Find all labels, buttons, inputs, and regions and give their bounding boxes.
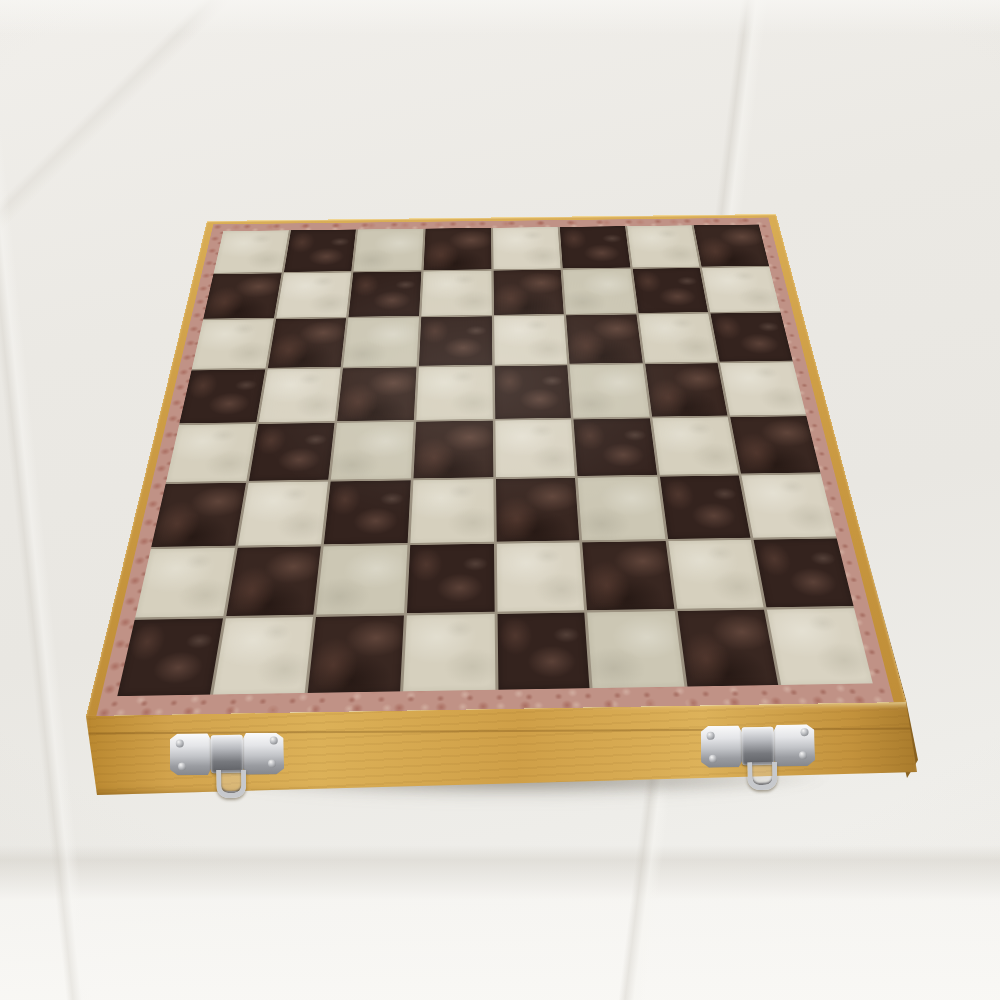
photo-background: [0, 0, 1000, 1000]
square-a2: [135, 548, 235, 618]
square-a3: [151, 483, 245, 547]
square-c2: [316, 545, 407, 615]
latch-screw: [268, 759, 276, 767]
square-h8: [694, 225, 769, 267]
square-a5: [180, 369, 265, 423]
square-b8: [284, 230, 356, 272]
square-f4: [574, 418, 657, 476]
square-f8: [560, 226, 630, 268]
square-e1: [497, 613, 590, 690]
square-b1: [213, 617, 314, 694]
square-e3: [496, 478, 580, 541]
square-c6: [343, 317, 419, 366]
square-c1: [308, 616, 404, 693]
latch-screw: [709, 755, 717, 763]
square-d7: [421, 270, 491, 315]
square-h2: [754, 538, 854, 607]
square-d5: [416, 366, 492, 419]
square-f2: [582, 541, 674, 611]
square-c5: [337, 367, 416, 420]
square-h3: [742, 474, 837, 537]
square-c8: [354, 229, 424, 271]
latch-hook: [747, 762, 777, 791]
square-g1: [677, 610, 778, 687]
square-a4: [166, 424, 256, 482]
latch-housing: [741, 727, 774, 766]
latch-screw: [176, 739, 184, 747]
square-g4: [652, 417, 739, 475]
square-b7: [276, 272, 351, 318]
latch-hook: [216, 770, 246, 798]
square-d2: [407, 544, 494, 614]
square-c4: [331, 421, 414, 479]
square-e6: [494, 316, 567, 365]
square-a8: [214, 230, 289, 272]
square-f6: [566, 315, 642, 364]
square-e5: [494, 365, 571, 418]
square-f3: [578, 477, 665, 540]
square-g2: [668, 540, 764, 609]
square-e4: [495, 419, 575, 477]
square-d3: [410, 479, 493, 543]
square-g7: [633, 268, 709, 313]
square-a6: [192, 319, 274, 368]
chessboard-lid-top: [86, 214, 906, 716]
square-g3: [660, 476, 751, 539]
square-f7: [563, 269, 636, 314]
latch-screw: [178, 762, 186, 770]
square-d4: [413, 420, 493, 478]
square-c7: [349, 271, 421, 316]
square-f1: [587, 611, 684, 688]
square-a1: [117, 619, 222, 696]
square-h5: [720, 362, 806, 415]
square-b6: [268, 318, 347, 367]
square-b5: [259, 368, 341, 422]
square-f5: [570, 364, 650, 417]
square-h4: [731, 416, 821, 474]
square-e2: [496, 542, 584, 612]
square-e8: [493, 227, 561, 269]
square-h7: [702, 267, 780, 312]
square-a7: [203, 273, 281, 319]
board-grid: [117, 225, 873, 697]
square-g6: [639, 314, 718, 363]
square-d6: [419, 316, 492, 365]
square-d8: [424, 228, 491, 270]
latch-left: [170, 732, 285, 797]
square-b3: [238, 482, 328, 546]
square-h1: [767, 609, 872, 685]
square-b2: [226, 546, 321, 616]
square-g8: [627, 225, 700, 267]
latch-right: [700, 724, 815, 790]
latch-screw: [270, 736, 278, 744]
square-d1: [403, 614, 495, 691]
square-c3: [324, 480, 411, 544]
latch-housing: [211, 735, 243, 773]
square-g5: [645, 363, 728, 416]
square-e7: [493, 270, 564, 315]
square-b4: [249, 423, 335, 481]
square-h6: [711, 313, 793, 362]
